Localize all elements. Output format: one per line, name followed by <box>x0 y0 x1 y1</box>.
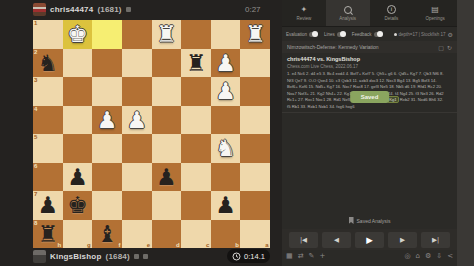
chess-board[interactable]: 1♚♜♜2♞♜♟3♟4♟♟5♞6♟♟7♟♚♟8h♜gf♝edcba <box>33 20 270 248</box>
square-a2[interactable] <box>240 49 270 78</box>
flair-icon <box>143 254 148 259</box>
square-a4[interactable] <box>240 106 270 135</box>
square-h8[interactable]: 8h♜ <box>33 220 63 249</box>
square-g3[interactable] <box>63 77 93 106</box>
square-b4[interactable] <box>211 106 241 135</box>
tab-openings[interactable]: ▤Openings <box>413 0 457 26</box>
toggle-label: Evaluation <box>286 32 307 37</box>
black-pawn-d6[interactable]: ♟ <box>152 163 182 192</box>
game-subtitle: Chess.com Live Chess, 2022.06.17 <box>287 64 358 69</box>
player-rating: (1681) <box>97 5 121 14</box>
bottom-clock: 0:14.1 <box>227 249 270 263</box>
square-c1[interactable] <box>181 20 211 49</box>
file-label: e <box>147 242 150 248</box>
avatar[interactable] <box>33 250 46 263</box>
square-d3[interactable] <box>152 77 182 106</box>
info-icon: i <box>387 5 396 14</box>
square-g2[interactable] <box>63 49 93 78</box>
avatar[interactable] <box>33 3 46 16</box>
square-c6[interactable] <box>181 163 211 192</box>
rank-label: 5 <box>34 134 37 140</box>
square-d8[interactable]: d <box>152 220 182 249</box>
square-h5[interactable]: 5 <box>33 134 63 163</box>
square-e7[interactable] <box>122 191 152 220</box>
panel-divider <box>282 112 457 113</box>
toggle-row: EvaluationLinesFeedback depth=17 | Stock… <box>286 29 453 39</box>
share-icon[interactable]: < <box>447 252 453 260</box>
tab-review[interactable]: ✦Review <box>282 0 326 26</box>
square-h6[interactable]: 6 <box>33 163 63 192</box>
square-f6[interactable] <box>92 163 122 192</box>
white-pawn-f4[interactable]: ♟ <box>92 106 122 135</box>
tool-icon-row: ▦⇄✎+◎⌂⚙⇩< <box>286 252 453 260</box>
saved-analysis-row[interactable]: Saved Analysis <box>282 217 457 224</box>
black-bishop-f8[interactable]: ♝ <box>92 220 122 249</box>
player-name[interactable]: chris44474 <box>50 5 93 14</box>
square-d1[interactable]: ♜ <box>152 20 182 49</box>
clock-icon <box>232 252 241 261</box>
analysis-panel: ✦ReviewAnalysisiDetails▤Openings Evaluat… <box>282 0 457 266</box>
square-e8[interactable]: e <box>122 220 152 249</box>
square-e1[interactable] <box>122 20 152 49</box>
tab-label: Openings <box>425 16 444 21</box>
tab-label: Analysis <box>339 16 356 21</box>
square-a6[interactable] <box>240 163 270 192</box>
opening-name: Nimzowitsch-Defense: Kennedy Variation <box>287 44 435 50</box>
square-f1[interactable] <box>92 20 122 49</box>
square-f2[interactable] <box>92 49 122 78</box>
square-g5[interactable] <box>63 134 93 163</box>
flair-icon <box>126 7 131 12</box>
square-d2[interactable] <box>152 49 182 78</box>
top-player-bar: chris44474 (1681) <box>33 2 131 17</box>
square-f3[interactable] <box>92 77 122 106</box>
black-pawn-g6[interactable]: ♟ <box>63 163 93 192</box>
white-pawn-b3[interactable]: ♟ <box>211 77 241 106</box>
engine-status[interactable]: depth=17 | Stockfish 17 ⚙ <box>394 31 453 38</box>
white-rook-a1[interactable]: ♜ <box>240 20 270 49</box>
black-pawn-h7[interactable]: ♟ <box>33 191 63 220</box>
last-move-button[interactable]: ▶| <box>421 232 450 248</box>
square-c2[interactable]: ♜ <box>181 49 211 78</box>
flip-board-icon[interactable]: ⇄ <box>298 252 304 260</box>
square-h7[interactable]: 7♟ <box>33 191 63 220</box>
rank-label: 6 <box>34 163 37 169</box>
square-b7[interactable]: ♟ <box>211 191 241 220</box>
engine-dot-icon <box>394 33 397 36</box>
flair-icon <box>134 254 139 259</box>
square-g4[interactable] <box>63 106 93 135</box>
white-pawn-e4[interactable]: ♟ <box>122 106 152 135</box>
add-icon[interactable]: + <box>319 252 325 260</box>
black-king-g7[interactable]: ♚ <box>63 191 93 220</box>
toggle-feedback: Feedback <box>352 32 383 37</box>
square-c3[interactable] <box>181 77 211 106</box>
square-e2[interactable] <box>122 49 152 78</box>
file-label: d <box>176 242 180 248</box>
opening-row[interactable]: Nimzowitsch-Defense: Kennedy Variation ▢… <box>282 41 457 53</box>
file-label: g <box>87 242 91 248</box>
square-c4[interactable] <box>181 106 211 135</box>
download-icon[interactable]: ⇩ <box>436 252 442 260</box>
black-pawn-b7[interactable]: ♟ <box>211 191 241 220</box>
toggle-evaluation: Evaluation <box>286 32 318 37</box>
chesscom-analysis-window: chris44474 (1681) 0:27 1♚♜♜2♞♜♟3♟4♟♟5♞6♟… <box>0 0 474 266</box>
white-knight-b5[interactable]: ♞ <box>211 134 241 163</box>
square-g1[interactable]: ♚ <box>63 20 93 49</box>
file-label: c <box>206 242 209 248</box>
square-g8[interactable]: g <box>63 220 93 249</box>
square-g6[interactable]: ♟ <box>63 163 93 192</box>
square-f8[interactable]: f♝ <box>92 220 122 249</box>
square-f7[interactable] <box>92 191 122 220</box>
copy-icon[interactable]: ▢ <box>438 44 444 51</box>
book-icon: ▤ <box>431 6 439 14</box>
right-edge-strip <box>457 0 474 266</box>
square-b3[interactable]: ♟ <box>211 77 241 106</box>
black-rook-c2[interactable]: ♜ <box>181 49 211 78</box>
square-c7[interactable] <box>181 191 211 220</box>
player-rating: (1684) <box>106 252 130 261</box>
square-g7[interactable]: ♚ <box>63 191 93 220</box>
play-button[interactable]: ▶ <box>355 232 384 248</box>
panel-tabs: ✦ReviewAnalysisiDetails▤Openings <box>282 0 457 27</box>
saved-analysis-label: Saved Analysis <box>357 218 391 224</box>
next-move-button[interactable]: ▶ <box>388 232 417 248</box>
settings-icon[interactable]: ⚙ <box>425 252 431 260</box>
toggle-switch[interactable] <box>309 32 318 37</box>
square-a3[interactable] <box>240 77 270 106</box>
square-b6[interactable] <box>211 163 241 192</box>
bottom-player-bar: KingsBishop (1684) <box>33 249 148 264</box>
game-title: chris44474 vs. KingsBishop <box>287 56 360 62</box>
square-b5[interactable]: ♞ <box>211 134 241 163</box>
square-b1[interactable] <box>211 20 241 49</box>
square-b8[interactable]: b <box>211 220 241 249</box>
square-d4[interactable] <box>152 106 182 135</box>
rank-label: 1 <box>34 20 37 26</box>
rank-label: 3 <box>34 77 37 83</box>
square-f5[interactable] <box>92 134 122 163</box>
square-a1[interactable]: ♜ <box>240 20 270 49</box>
toggle-label: Feedback <box>352 32 372 37</box>
star-icon: ✦ <box>301 6 308 14</box>
chart-icon[interactable]: ▦ <box>286 252 293 260</box>
square-e6[interactable] <box>122 163 152 192</box>
square-h2[interactable]: 2♞ <box>33 49 63 78</box>
square-c5[interactable] <box>181 134 211 163</box>
square-c8[interactable]: c <box>181 220 211 249</box>
white-rook-d1[interactable]: ♜ <box>152 20 182 49</box>
toggle-switch[interactable] <box>374 32 383 37</box>
square-b2[interactable]: ♟ <box>211 49 241 78</box>
square-e5[interactable] <box>122 134 152 163</box>
search-icon[interactable]: ◎ <box>404 252 410 260</box>
magnifier-icon <box>344 6 352 14</box>
square-a8[interactable]: a <box>240 220 270 249</box>
prev-move-button[interactable]: ◀ <box>322 232 351 248</box>
square-h3[interactable]: 3 <box>33 77 63 106</box>
square-h4[interactable]: 4 <box>33 106 63 135</box>
tab-label: Review <box>296 16 311 21</box>
white-king-g1[interactable]: ♚ <box>63 20 93 49</box>
file-label: b <box>235 242 239 248</box>
toggle-switch[interactable] <box>337 32 346 37</box>
square-a7[interactable] <box>240 191 270 220</box>
toggle-label: Lines <box>324 32 335 37</box>
tab-analysis[interactable]: Analysis <box>326 0 370 26</box>
rank-label: 4 <box>34 106 37 112</box>
square-e3[interactable] <box>122 77 152 106</box>
file-label: a <box>265 242 268 248</box>
black-knight-h2[interactable]: ♞ <box>33 49 63 78</box>
top-clock: 0:27 <box>245 5 261 14</box>
square-d5[interactable] <box>152 134 182 163</box>
toggle-lines: Lines <box>324 32 346 37</box>
square-d6[interactable]: ♟ <box>152 163 182 192</box>
square-f4[interactable]: ♟ <box>92 106 122 135</box>
first-move-button[interactable]: |◀ <box>289 232 318 248</box>
bookmark-icon <box>349 217 354 224</box>
reload-icon[interactable]: ↻ <box>447 44 452 51</box>
engine-label: depth=17 | Stockfish 17 <box>399 32 446 37</box>
black-rook-h8[interactable]: ♜ <box>33 220 63 249</box>
square-a5[interactable] <box>240 134 270 163</box>
move-nav-bar: |◀◀▶▶▶| <box>282 229 457 250</box>
gear-icon[interactable]: ⚙ <box>448 31 453 38</box>
square-e4[interactable]: ♟ <box>122 106 152 135</box>
white-pawn-b2[interactable]: ♟ <box>211 49 241 78</box>
bottom-clock-time: 0:14.1 <box>244 252 265 261</box>
player-name[interactable]: KingsBishop <box>50 252 102 261</box>
tab-details[interactable]: iDetails <box>370 0 414 26</box>
square-d7[interactable] <box>152 191 182 220</box>
saved-button[interactable]: Saved <box>350 91 390 103</box>
tab-label: Details <box>384 16 398 21</box>
square-h1[interactable]: 1 <box>33 20 63 49</box>
explorer-icon[interactable]: ⌂ <box>416 252 420 260</box>
edit-icon[interactable]: ✎ <box>309 252 315 260</box>
